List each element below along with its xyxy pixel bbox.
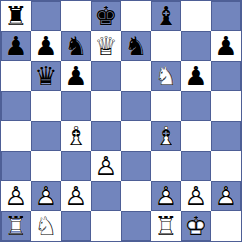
square-e1[interactable]	[121, 211, 151, 241]
white-pawn-icon: ♟♙	[31, 181, 61, 211]
white-king-outline: ♔	[181, 211, 211, 241]
white-knight-icon: ♞♘	[151, 61, 181, 91]
square-d3[interactable]: ♟♙	[91, 151, 121, 181]
white-pawn-outline: ♙	[211, 181, 241, 211]
square-b6[interactable]: ♛	[31, 61, 61, 91]
square-c4[interactable]: ♝♗	[61, 121, 91, 151]
black-pawn-fill: ♟	[181, 61, 211, 91]
black-queen-fill: ♛	[31, 61, 61, 91]
square-d8[interactable]: ♚	[91, 1, 121, 31]
square-d1[interactable]	[91, 211, 121, 241]
white-bishop-icon: ♝♗	[61, 121, 91, 151]
white-pawn-outline: ♙	[31, 181, 61, 211]
black-bishop-icon: ♝	[151, 1, 181, 31]
black-bishop-fill: ♝	[151, 1, 181, 31]
square-c3[interactable]	[61, 151, 91, 181]
white-pawn-icon: ♟♙	[1, 181, 31, 211]
square-c2[interactable]: ♟♙	[61, 181, 91, 211]
square-d4[interactable]	[91, 121, 121, 151]
square-e5[interactable]	[121, 91, 151, 121]
square-f6[interactable]: ♞♘	[151, 61, 181, 91]
white-bishop-icon: ♝♗	[151, 121, 181, 151]
square-e7[interactable]: ♞	[121, 31, 151, 61]
black-king-icon: ♚	[91, 1, 121, 31]
square-h6[interactable]	[211, 61, 241, 91]
square-g6[interactable]: ♟	[181, 61, 211, 91]
square-a8[interactable]: ♜	[1, 1, 31, 31]
square-a2[interactable]: ♟♙	[1, 181, 31, 211]
square-h3[interactable]	[211, 151, 241, 181]
white-rook-icon: ♜♖	[1, 211, 31, 241]
black-pawn-fill: ♟	[1, 31, 31, 61]
square-f5[interactable]	[151, 91, 181, 121]
square-b5[interactable]	[31, 91, 61, 121]
square-a4[interactable]	[1, 121, 31, 151]
black-pawn-icon: ♟	[1, 31, 31, 61]
white-bishop-outline: ♗	[151, 121, 181, 151]
square-c5[interactable]	[61, 91, 91, 121]
black-knight-icon: ♞	[61, 31, 91, 61]
white-bishop-outline: ♗	[61, 121, 91, 151]
square-b4[interactable]	[31, 121, 61, 151]
square-a1[interactable]: ♜♖	[1, 211, 31, 241]
square-h2[interactable]: ♟♙	[211, 181, 241, 211]
white-pawn-icon: ♟♙	[181, 181, 211, 211]
square-f1[interactable]: ♜♖	[151, 211, 181, 241]
white-queen-outline: ♕	[91, 31, 121, 61]
white-knight-icon: ♞♘	[31, 211, 61, 241]
square-g4[interactable]	[181, 121, 211, 151]
black-pawn-icon: ♟	[31, 31, 61, 61]
black-knight-fill: ♞	[61, 31, 91, 61]
white-king-icon: ♚♔	[181, 211, 211, 241]
square-e6[interactable]	[121, 61, 151, 91]
square-g2[interactable]: ♟♙	[181, 181, 211, 211]
square-b2[interactable]: ♟♙	[31, 181, 61, 211]
square-g5[interactable]	[181, 91, 211, 121]
black-pawn-icon: ♟	[181, 61, 211, 91]
square-b1[interactable]: ♞♘	[31, 211, 61, 241]
white-queen-icon: ♛♕	[91, 31, 121, 61]
square-g3[interactable]	[181, 151, 211, 181]
white-pawn-icon: ♟♙	[61, 181, 91, 211]
black-knight-fill: ♞	[121, 31, 151, 61]
square-h4[interactable]	[211, 121, 241, 151]
square-b3[interactable]	[31, 151, 61, 181]
square-c1[interactable]	[61, 211, 91, 241]
white-pawn-outline: ♙	[1, 181, 31, 211]
square-f3[interactable]	[151, 151, 181, 181]
square-f8[interactable]: ♝	[151, 1, 181, 31]
square-d6[interactable]	[91, 61, 121, 91]
square-d7[interactable]: ♛♕	[91, 31, 121, 61]
square-a7[interactable]: ♟	[1, 31, 31, 61]
square-a5[interactable]	[1, 91, 31, 121]
white-pawn-outline: ♙	[181, 181, 211, 211]
black-pawn-icon: ♟	[61, 61, 91, 91]
black-knight-icon: ♞	[121, 31, 151, 61]
white-knight-outline: ♘	[151, 61, 181, 91]
square-e4[interactable]	[121, 121, 151, 151]
white-knight-outline: ♘	[31, 211, 61, 241]
black-rook-icon: ♜	[1, 1, 31, 31]
black-rook-fill: ♜	[1, 1, 31, 31]
white-pawn-icon: ♟♙	[151, 181, 181, 211]
black-pawn-fill: ♟	[31, 31, 61, 61]
square-f4[interactable]: ♝♗	[151, 121, 181, 151]
white-rook-outline: ♖	[1, 211, 31, 241]
square-d5[interactable]	[91, 91, 121, 121]
square-f2[interactable]: ♟♙	[151, 181, 181, 211]
square-b7[interactable]: ♟	[31, 31, 61, 61]
square-e8[interactable]	[121, 1, 151, 31]
square-h1[interactable]	[211, 211, 241, 241]
square-e3[interactable]	[121, 151, 151, 181]
white-pawn-outline: ♙	[61, 181, 91, 211]
black-pawn-fill: ♟	[211, 31, 241, 61]
square-c7[interactable]: ♞	[61, 31, 91, 61]
white-pawn-icon: ♟♙	[91, 151, 121, 181]
square-b8[interactable]	[31, 1, 61, 31]
white-rook-outline: ♖	[151, 211, 181, 241]
square-c8[interactable]	[61, 1, 91, 31]
square-h8[interactable]	[211, 1, 241, 31]
square-d2[interactable]	[91, 181, 121, 211]
chess-board: ♜♚♝♟♟♞♛♕♞♟♛♟♞♘♟♝♗♝♗♟♙♟♙♟♙♟♙♟♙♟♙♟♙♜♖♞♘♜♖♚…	[0, 0, 242, 242]
white-pawn-outline: ♙	[151, 181, 181, 211]
square-g1[interactable]: ♚♔	[181, 211, 211, 241]
square-a6[interactable]	[1, 61, 31, 91]
white-pawn-icon: ♟♙	[211, 181, 241, 211]
black-pawn-icon: ♟	[211, 31, 241, 61]
square-h5[interactable]	[211, 91, 241, 121]
square-e2[interactable]	[121, 181, 151, 211]
square-g8[interactable]	[181, 1, 211, 31]
square-f7[interactable]	[151, 31, 181, 61]
square-g7[interactable]	[181, 31, 211, 61]
square-c6[interactable]: ♟	[61, 61, 91, 91]
black-queen-icon: ♛	[31, 61, 61, 91]
black-king-fill: ♚	[91, 1, 121, 31]
square-h7[interactable]: ♟	[211, 31, 241, 61]
square-a3[interactable]	[1, 151, 31, 181]
white-rook-icon: ♜♖	[151, 211, 181, 241]
black-pawn-fill: ♟	[61, 61, 91, 91]
white-pawn-outline: ♙	[91, 151, 121, 181]
